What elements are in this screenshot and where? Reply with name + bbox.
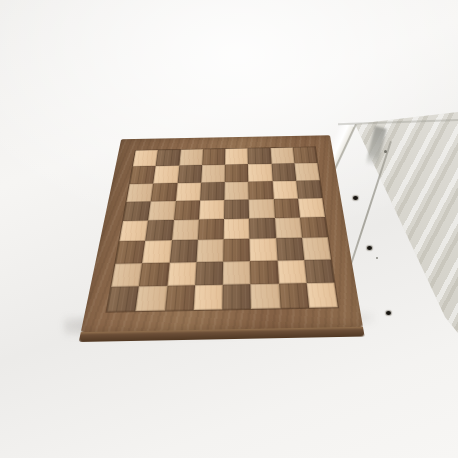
board-square (174, 200, 200, 220)
board-square (273, 198, 299, 218)
board-square (276, 238, 304, 260)
board-square (165, 285, 195, 311)
shelf-pin-hole (367, 246, 372, 250)
board-square (225, 148, 248, 164)
board-square (115, 241, 145, 263)
board-square (156, 150, 181, 167)
board-square (107, 286, 139, 312)
board-square (224, 199, 249, 219)
board-tilted-plane (81, 135, 363, 332)
board-square (248, 148, 271, 164)
board-square (223, 261, 251, 285)
board-square (250, 238, 277, 260)
board-square (250, 260, 278, 284)
board-square (148, 201, 175, 221)
board-square (139, 262, 169, 286)
board-square (302, 237, 331, 259)
board-square (277, 260, 306, 284)
scene (0, 0, 458, 458)
board-square (294, 163, 319, 180)
board-square (306, 282, 337, 307)
board-square (251, 283, 280, 308)
board-square (142, 240, 171, 262)
chess-board (102, 97, 347, 342)
board-square (248, 181, 273, 199)
board-square (300, 217, 328, 238)
board-square (223, 239, 250, 261)
board-square (195, 261, 223, 285)
board-square (293, 147, 318, 163)
board-square (278, 283, 308, 308)
board-square (175, 182, 201, 201)
board-square (167, 262, 196, 286)
board-square (224, 181, 248, 199)
board-square (130, 166, 156, 183)
board-square (133, 150, 158, 167)
board-square (274, 218, 301, 239)
surface-speck (376, 257, 378, 259)
board-square (169, 240, 197, 262)
board-grid (107, 147, 338, 312)
board-square (298, 198, 325, 218)
board-square (193, 284, 222, 310)
board-square (249, 199, 275, 219)
board-square (145, 220, 173, 241)
board-square (171, 219, 198, 240)
board-square (177, 165, 202, 182)
board-square (196, 239, 223, 261)
board-square (224, 219, 250, 240)
board-square (271, 163, 296, 180)
shelf-pin-hole (353, 196, 358, 200)
board-square (202, 149, 225, 165)
board-square (198, 219, 224, 240)
board-square (179, 149, 203, 166)
board-square (248, 164, 272, 181)
board-square (136, 286, 167, 312)
board-square (200, 182, 225, 201)
board-square (119, 220, 148, 241)
board-square (201, 165, 225, 182)
board-square (249, 218, 275, 239)
shelf-pin-hole (386, 311, 391, 315)
board-square (270, 147, 294, 163)
board-square (272, 180, 298, 198)
board-square (151, 183, 177, 202)
board-square (123, 201, 151, 221)
board-square (296, 180, 322, 198)
board-square (153, 166, 178, 183)
board-square (111, 263, 142, 287)
board-square (126, 183, 153, 202)
board-square (222, 284, 251, 310)
board-square (225, 164, 249, 181)
surface-speck (384, 150, 387, 153)
board-square (199, 200, 225, 220)
board-square (304, 259, 334, 283)
